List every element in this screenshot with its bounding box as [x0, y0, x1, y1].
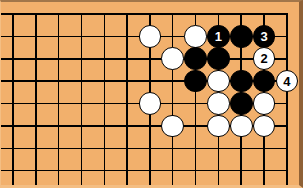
go-board: 1324 [0, 3, 298, 188]
intersection[interactable] [184, 48, 207, 70]
intersection[interactable] [70, 3, 93, 25]
black-stone [230, 70, 253, 93]
white-stone [207, 92, 230, 115]
intersection[interactable] [207, 137, 230, 159]
intersection[interactable] [116, 3, 139, 25]
intersection[interactable] [161, 25, 184, 47]
intersection[interactable] [116, 92, 139, 114]
intersection [207, 182, 230, 188]
intersection[interactable] [93, 70, 116, 92]
intersection[interactable] [230, 70, 253, 92]
intersection[interactable] [161, 92, 184, 114]
white-stone: 4 [276, 70, 299, 93]
intersection[interactable] [161, 3, 184, 25]
intersection[interactable] [161, 160, 184, 182]
intersection[interactable] [207, 92, 230, 114]
white-stone [161, 47, 184, 70]
intersection[interactable] [2, 115, 25, 137]
intersection[interactable] [230, 160, 253, 182]
black-stone [184, 70, 207, 93]
intersection [184, 182, 207, 188]
intersection[interactable] [161, 70, 184, 92]
intersection[interactable] [275, 137, 298, 159]
intersection[interactable] [230, 48, 253, 70]
intersection[interactable] [93, 3, 116, 25]
white-stone: 2 [253, 47, 276, 70]
intersection[interactable] [47, 25, 70, 47]
intersection[interactable] [47, 48, 70, 70]
intersection[interactable] [253, 92, 276, 114]
intersection[interactable] [2, 25, 25, 47]
intersection[interactable] [207, 160, 230, 182]
intersection[interactable] [184, 92, 207, 114]
white-stone [161, 115, 184, 138]
intersection[interactable] [47, 92, 70, 114]
intersection[interactable]: 4 [275, 70, 298, 92]
intersection[interactable] [24, 137, 47, 159]
white-stone [207, 115, 230, 138]
intersection[interactable] [275, 115, 298, 137]
intersection[interactable] [139, 92, 162, 114]
intersection[interactable] [184, 70, 207, 92]
white-stone [230, 115, 253, 138]
move-number-label: 3 [260, 30, 267, 43]
intersection[interactable] [116, 160, 139, 182]
intersection[interactable] [47, 115, 70, 137]
intersection[interactable] [24, 92, 47, 114]
intersection[interactable] [93, 25, 116, 47]
intersection[interactable] [275, 48, 298, 70]
intersection[interactable] [93, 160, 116, 182]
intersection[interactable] [93, 137, 116, 159]
intersection[interactable] [24, 160, 47, 182]
intersection[interactable] [139, 160, 162, 182]
black-stone [230, 92, 253, 115]
intersection[interactable] [70, 48, 93, 70]
intersection[interactable] [2, 160, 25, 182]
intersection[interactable] [207, 3, 230, 25]
intersection[interactable] [116, 70, 139, 92]
intersection[interactable] [2, 92, 25, 114]
intersection [253, 182, 276, 188]
intersection[interactable] [47, 70, 70, 92]
intersection[interactable] [139, 137, 162, 159]
intersection[interactable] [184, 137, 207, 159]
intersection[interactable] [139, 48, 162, 70]
intersection[interactable] [116, 48, 139, 70]
intersection[interactable] [70, 137, 93, 159]
white-stone [253, 92, 276, 115]
intersection[interactable]: 3 [253, 25, 276, 47]
intersection [161, 182, 184, 188]
intersection[interactable] [161, 115, 184, 137]
intersection[interactable] [275, 3, 298, 25]
intersection[interactable] [93, 92, 116, 114]
intersection [93, 182, 116, 188]
intersection[interactable] [139, 3, 162, 25]
intersection [139, 182, 162, 188]
intersection[interactable] [275, 160, 298, 182]
go-diagram: 1324 [0, 0, 303, 188]
intersection[interactable] [161, 48, 184, 70]
white-stone [139, 92, 162, 115]
intersection[interactable] [47, 3, 70, 25]
intersection[interactable] [70, 92, 93, 114]
intersection[interactable] [116, 137, 139, 159]
intersection[interactable] [230, 92, 253, 114]
intersection[interactable] [253, 160, 276, 182]
intersection[interactable] [70, 160, 93, 182]
intersection[interactable]: 1 [207, 25, 230, 47]
intersection[interactable] [253, 70, 276, 92]
black-stone [207, 47, 230, 70]
intersection[interactable] [2, 70, 25, 92]
intersection [24, 182, 47, 188]
intersection [2, 182, 25, 188]
intersection[interactable]: 2 [253, 48, 276, 70]
intersection [230, 182, 253, 188]
intersection[interactable] [253, 3, 276, 25]
black-stone: 3 [253, 25, 276, 48]
intersection[interactable] [24, 3, 47, 25]
intersection[interactable] [47, 160, 70, 182]
intersection [275, 182, 298, 188]
intersection[interactable] [161, 137, 184, 159]
black-stone [230, 25, 253, 48]
intersection[interactable] [24, 25, 47, 47]
intersection[interactable] [207, 115, 230, 137]
intersection[interactable] [207, 48, 230, 70]
intersection[interactable] [275, 92, 298, 114]
move-number-label: 4 [283, 75, 290, 88]
white-stone [184, 25, 207, 48]
intersection[interactable] [70, 70, 93, 92]
intersection[interactable] [253, 115, 276, 137]
intersection[interactable] [184, 3, 207, 25]
intersection[interactable] [139, 70, 162, 92]
intersection[interactable] [275, 25, 298, 47]
white-stone [253, 115, 276, 138]
black-stone [253, 70, 276, 93]
intersection[interactable] [24, 48, 47, 70]
black-stone [184, 47, 207, 70]
intersection[interactable] [2, 137, 25, 159]
intersection [47, 182, 70, 188]
intersection[interactable] [70, 25, 93, 47]
intersection[interactable] [230, 137, 253, 159]
intersection[interactable] [184, 115, 207, 137]
intersection[interactable] [139, 25, 162, 47]
intersection[interactable] [207, 70, 230, 92]
intersection[interactable] [230, 25, 253, 47]
intersection[interactable] [24, 70, 47, 92]
intersection[interactable] [93, 115, 116, 137]
intersection[interactable] [2, 3, 25, 25]
intersection[interactable] [184, 25, 207, 47]
intersection[interactable] [70, 115, 93, 137]
intersection[interactable] [116, 115, 139, 137]
intersection[interactable] [93, 48, 116, 70]
move-number-label: 1 [215, 30, 222, 43]
intersection[interactable] [2, 48, 25, 70]
intersection [70, 182, 93, 188]
white-stone [139, 25, 162, 48]
black-stone: 1 [207, 25, 230, 48]
intersection[interactable] [184, 160, 207, 182]
intersection [116, 182, 139, 188]
intersection[interactable] [116, 25, 139, 47]
intersection[interactable] [253, 137, 276, 159]
intersection[interactable] [230, 115, 253, 137]
intersection[interactable] [139, 115, 162, 137]
intersection[interactable] [24, 115, 47, 137]
white-stone [207, 70, 230, 93]
intersection[interactable] [230, 3, 253, 25]
move-number-label: 2 [260, 52, 267, 65]
intersection[interactable] [47, 137, 70, 159]
